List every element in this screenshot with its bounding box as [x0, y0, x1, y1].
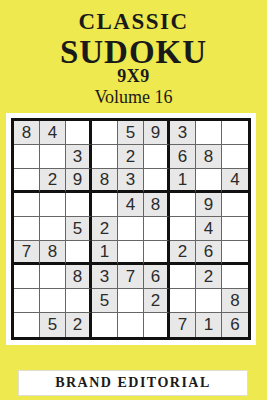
cell-r5c6 — [144, 217, 170, 241]
cell-r7c7 — [170, 265, 196, 289]
cell-r5c7 — [170, 217, 196, 241]
cell-r9c8: 1 — [196, 313, 222, 337]
cell-r8c6: 2 — [144, 289, 170, 313]
cell-r9c7: 7 — [170, 313, 196, 337]
cell-r8c5 — [118, 289, 144, 313]
publisher-label: BRAND EDITORIAL — [55, 375, 211, 391]
cell-r8c9: 8 — [222, 289, 248, 313]
cell-r6c8: 6 — [196, 241, 222, 265]
cell-r1c2: 4 — [40, 121, 66, 145]
cell-r7c9 — [222, 265, 248, 289]
cell-r3c9: 4 — [222, 169, 248, 193]
cell-r1c5: 5 — [118, 121, 144, 145]
cell-r1c3 — [66, 121, 92, 145]
cell-r9c3: 2 — [66, 313, 92, 337]
sudoku-board: 845933268298314489524781268376252852716 — [11, 118, 251, 340]
cell-r4c8: 9 — [196, 193, 222, 217]
cell-r3c8 — [196, 169, 222, 193]
cell-r6c7: 2 — [170, 241, 196, 265]
publisher-banner: BRAND EDITORIAL — [18, 370, 248, 396]
book-cover: CLASSIC SUDOKU 9X9 Volume 16 84593326829… — [0, 0, 267, 400]
cell-r5c8: 4 — [196, 217, 222, 241]
cell-r2c1 — [14, 145, 40, 169]
cell-r2c6 — [144, 145, 170, 169]
cell-r1c6: 9 — [144, 121, 170, 145]
cell-r4c9 — [222, 193, 248, 217]
cell-r5c4: 2 — [92, 217, 118, 241]
cell-r6c1: 7 — [14, 241, 40, 265]
cell-r5c9 — [222, 217, 248, 241]
cell-r2c8: 8 — [196, 145, 222, 169]
cell-r8c7 — [170, 289, 196, 313]
subtitle-9x9: 9X9 — [0, 66, 267, 87]
cell-r1c8 — [196, 121, 222, 145]
cell-r9c5 — [118, 313, 144, 337]
cell-r9c6 — [144, 313, 170, 337]
cell-r7c6: 6 — [144, 265, 170, 289]
cell-r5c3: 5 — [66, 217, 92, 241]
cell-r4c6: 8 — [144, 193, 170, 217]
cell-r7c3: 8 — [66, 265, 92, 289]
cell-r7c4: 3 — [92, 265, 118, 289]
volume-label: Volume 16 — [0, 87, 267, 108]
cell-r2c4 — [92, 145, 118, 169]
cell-r6c5 — [118, 241, 144, 265]
title-classic: CLASSIC — [0, 9, 267, 35]
cell-r2c3: 3 — [66, 145, 92, 169]
cell-r8c2 — [40, 289, 66, 313]
cell-r3c5: 3 — [118, 169, 144, 193]
cell-r1c7: 3 — [170, 121, 196, 145]
cell-r8c1 — [14, 289, 40, 313]
cell-r4c7 — [170, 193, 196, 217]
cell-r9c9: 6 — [222, 313, 248, 337]
cell-r1c1: 8 — [14, 121, 40, 145]
cell-r5c5 — [118, 217, 144, 241]
cell-r9c4 — [92, 313, 118, 337]
cell-r7c1 — [14, 265, 40, 289]
cell-r5c1 — [14, 217, 40, 241]
cell-r7c2 — [40, 265, 66, 289]
cell-r3c2: 2 — [40, 169, 66, 193]
cell-r2c5: 2 — [118, 145, 144, 169]
cell-r4c4 — [92, 193, 118, 217]
sudoku-grid-backing: 845933268298314489524781268376252852716 — [6, 113, 256, 345]
cell-r6c9 — [222, 241, 248, 265]
cell-r9c1 — [14, 313, 40, 337]
cell-r4c2 — [40, 193, 66, 217]
cell-r1c9 — [222, 121, 248, 145]
cell-r6c3 — [66, 241, 92, 265]
cell-r3c1 — [14, 169, 40, 193]
cell-r3c4: 8 — [92, 169, 118, 193]
cell-r8c3 — [66, 289, 92, 313]
cell-r6c4: 1 — [92, 241, 118, 265]
cell-r7c8: 2 — [196, 265, 222, 289]
cell-r4c5: 4 — [118, 193, 144, 217]
cell-r4c3 — [66, 193, 92, 217]
cell-r3c7: 1 — [170, 169, 196, 193]
cell-r3c6 — [144, 169, 170, 193]
cell-r2c2 — [40, 145, 66, 169]
cell-r4c1 — [14, 193, 40, 217]
cell-r9c2: 5 — [40, 313, 66, 337]
cell-r8c4: 5 — [92, 289, 118, 313]
cell-r6c6 — [144, 241, 170, 265]
cell-r2c9 — [222, 145, 248, 169]
cell-r5c2 — [40, 217, 66, 241]
cell-r7c5: 7 — [118, 265, 144, 289]
cell-r8c8 — [196, 289, 222, 313]
cell-r2c7: 6 — [170, 145, 196, 169]
cell-r6c2: 8 — [40, 241, 66, 265]
cell-r1c4 — [92, 121, 118, 145]
cell-r3c3: 9 — [66, 169, 92, 193]
